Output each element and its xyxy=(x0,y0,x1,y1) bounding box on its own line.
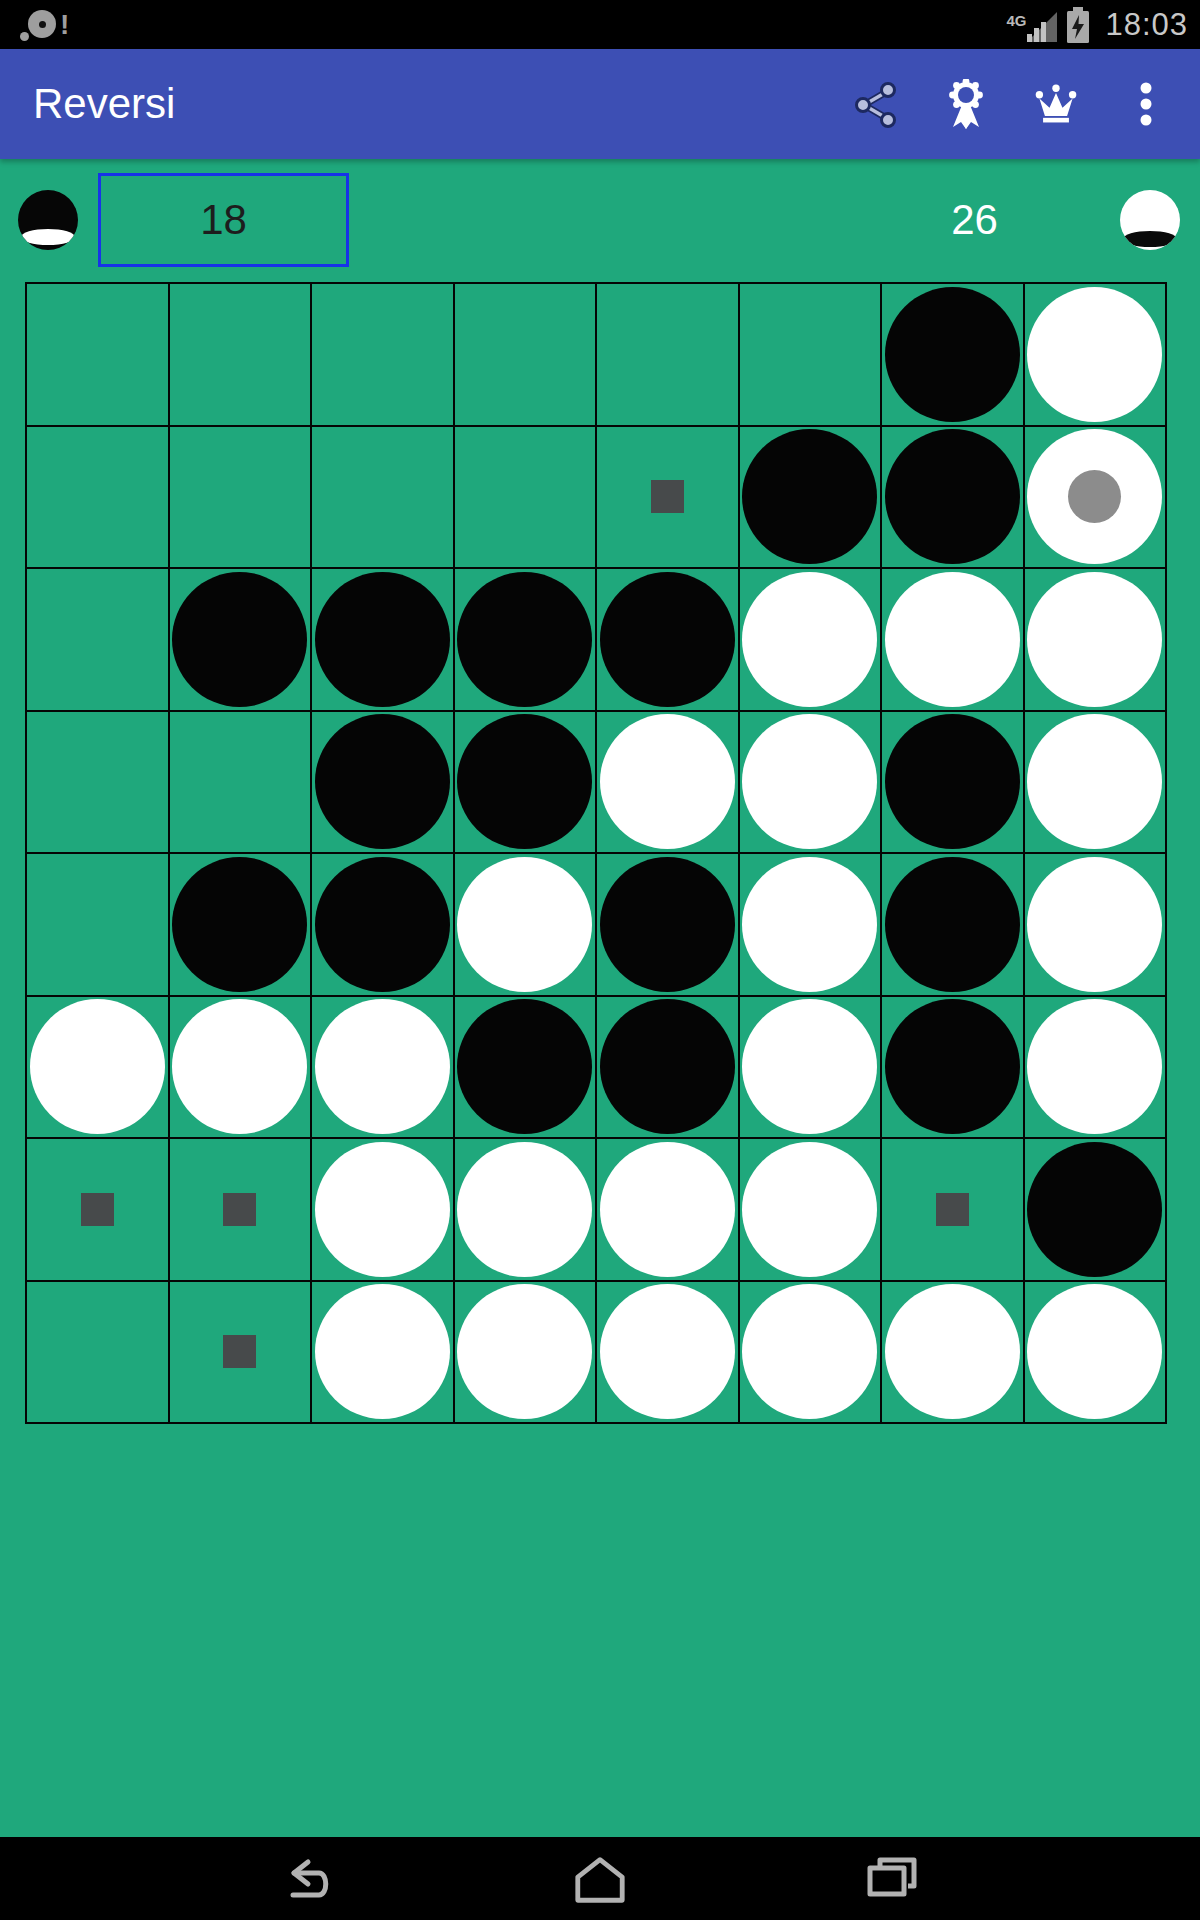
board-cell-r4c7[interactable] xyxy=(882,712,1023,853)
board-cell-r4c6[interactable] xyxy=(740,712,881,853)
board-cell-r1c1[interactable] xyxy=(27,284,168,425)
disc-white xyxy=(315,999,450,1134)
board-cell-r3c1[interactable] xyxy=(27,569,168,710)
board-cell-r6c3[interactable] xyxy=(312,997,453,1138)
disc-black xyxy=(885,857,1020,992)
white-player-icon xyxy=(1120,190,1180,250)
share-button[interactable] xyxy=(852,80,900,128)
disc-white xyxy=(30,999,165,1134)
board-cell-r3c2[interactable] xyxy=(170,569,311,710)
status-bar: ! 4G 18:03 xyxy=(0,0,1200,49)
board-cell-r5c7[interactable] xyxy=(882,854,1023,995)
board-cell-r6c4[interactable] xyxy=(455,997,596,1138)
disc-white xyxy=(600,1284,735,1419)
battery-charging-icon xyxy=(1065,5,1091,45)
board-cell-r4c3[interactable] xyxy=(312,712,453,853)
board-cell-r5c2[interactable] xyxy=(170,854,311,995)
board-cell-r7c5[interactable] xyxy=(597,1139,738,1280)
board-cell-r2c7[interactable] xyxy=(882,427,1023,568)
recents-icon xyxy=(863,1853,919,1905)
disc-black xyxy=(457,714,592,849)
board-cell-r5c1[interactable] xyxy=(27,854,168,995)
achievement-ribbon-icon xyxy=(943,79,989,129)
disc-white xyxy=(315,1284,450,1419)
board-cell-r7c2[interactable] xyxy=(170,1139,311,1280)
board-cell-r8c8[interactable] xyxy=(1025,1282,1166,1423)
board-cell-r4c2[interactable] xyxy=(170,712,311,853)
disc-white xyxy=(742,714,877,849)
board-cell-r7c3[interactable] xyxy=(312,1139,453,1280)
board-cell-r4c5[interactable] xyxy=(597,712,738,853)
disc-black xyxy=(885,287,1020,422)
disc-white xyxy=(1027,287,1162,422)
disc-black xyxy=(600,999,735,1134)
recents-button[interactable] xyxy=(863,1851,919,1907)
board-cell-r3c4[interactable] xyxy=(455,569,596,710)
legal-move-hint xyxy=(936,1193,969,1226)
share-icon xyxy=(852,80,900,128)
board-cell-r8c4[interactable] xyxy=(455,1282,596,1423)
disc-white xyxy=(742,1142,877,1277)
board-cell-r8c2[interactable] xyxy=(170,1282,311,1423)
board-cell-r7c7[interactable] xyxy=(882,1139,1023,1280)
disc-white xyxy=(742,857,877,992)
disc-black xyxy=(600,857,735,992)
board-cell-r7c6[interactable] xyxy=(740,1139,881,1280)
board-cell-r6c8[interactable] xyxy=(1025,997,1166,1138)
legal-move-hint xyxy=(223,1335,256,1368)
disc-white xyxy=(1027,429,1162,564)
board-cell-r3c8[interactable] xyxy=(1025,569,1166,710)
board-cell-r1c7[interactable] xyxy=(882,284,1023,425)
board-cell-r6c7[interactable] xyxy=(882,997,1023,1138)
disc-black xyxy=(1027,1142,1162,1277)
network-type-label: 4G xyxy=(1006,13,1026,28)
disc-white xyxy=(885,1284,1020,1419)
home-button[interactable] xyxy=(572,1851,628,1907)
white-score-box: 26 xyxy=(849,173,1100,267)
last-move-marker xyxy=(1068,470,1121,523)
disc-black xyxy=(457,572,592,707)
board-cell-r7c4[interactable] xyxy=(455,1139,596,1280)
disc-black xyxy=(885,999,1020,1134)
board-cell-r1c4[interactable] xyxy=(455,284,596,425)
reversi-app-screen: ! 4G 18:03 Reversi xyxy=(0,0,1200,1920)
board-cell-r2c4[interactable] xyxy=(455,427,596,568)
disc-white xyxy=(742,1284,877,1419)
disc-black xyxy=(315,714,450,849)
disc-white xyxy=(742,572,877,707)
app-title: Reversi xyxy=(33,80,175,128)
board-cell-r8c7[interactable] xyxy=(882,1282,1023,1423)
disc-white xyxy=(742,999,877,1134)
home-icon xyxy=(572,1853,628,1905)
disc-black xyxy=(172,572,307,707)
board-cell-r3c7[interactable] xyxy=(882,569,1023,710)
disc-white xyxy=(172,999,307,1134)
crown-icon xyxy=(1032,81,1080,127)
disc-white xyxy=(1027,714,1162,849)
clock: 18:03 xyxy=(1105,7,1188,43)
board-cell-r2c6[interactable] xyxy=(740,427,881,568)
black-player-icon xyxy=(18,190,78,250)
black-disc-highlight xyxy=(21,229,75,245)
board-cell-r8c5[interactable] xyxy=(597,1282,738,1423)
board-cell-r3c6[interactable] xyxy=(740,569,881,710)
board-cell-r5c4[interactable] xyxy=(455,854,596,995)
navigation-bar xyxy=(0,1837,1200,1920)
disc-black xyxy=(742,429,877,564)
disc-black xyxy=(315,857,450,992)
legal-move-hint xyxy=(651,480,684,513)
notification-icon: ! xyxy=(12,2,72,48)
board-cell-r6c1[interactable] xyxy=(27,997,168,1138)
board-cell-r1c2[interactable] xyxy=(170,284,311,425)
black-score-box: 18 xyxy=(98,173,349,267)
board xyxy=(25,282,1167,1424)
disc-black xyxy=(885,714,1020,849)
disc-white xyxy=(1027,999,1162,1134)
disc-black xyxy=(172,857,307,992)
disc-white xyxy=(1027,572,1162,707)
board-cell-r5c3[interactable] xyxy=(312,854,453,995)
disc-black xyxy=(315,572,450,707)
board-cell-r2c2[interactable] xyxy=(170,427,311,568)
scoreboard: 18 26 xyxy=(0,159,1200,281)
signal-bars-icon xyxy=(1027,10,1057,42)
disc-white xyxy=(1027,1284,1162,1419)
app-bar-actions xyxy=(810,80,1170,128)
back-button[interactable] xyxy=(281,1851,337,1907)
disc-white xyxy=(1027,857,1162,992)
leaderboard-button[interactable] xyxy=(1032,80,1080,128)
board-cell-r1c5[interactable] xyxy=(597,284,738,425)
overflow-menu-button[interactable] xyxy=(1122,80,1170,128)
board-cell-r8c6[interactable] xyxy=(740,1282,881,1423)
board-cell-r6c6[interactable] xyxy=(740,997,881,1138)
board-cell-r2c3[interactable] xyxy=(312,427,453,568)
disc-white xyxy=(315,1142,450,1277)
legal-move-hint xyxy=(223,1193,256,1226)
board-cell-r2c8[interactable] xyxy=(1025,427,1166,568)
board-cell-r1c6[interactable] xyxy=(740,284,881,425)
disc-white xyxy=(600,714,735,849)
board-cell-r1c3[interactable] xyxy=(312,284,453,425)
disc-white xyxy=(885,572,1020,707)
board-cell-r4c8[interactable] xyxy=(1025,712,1166,853)
disc-white xyxy=(600,1142,735,1277)
board-cell-r5c6[interactable] xyxy=(740,854,881,995)
board-cell-r5c5[interactable] xyxy=(597,854,738,995)
board-cell-r5c8[interactable] xyxy=(1025,854,1166,995)
black-score: 18 xyxy=(200,196,247,244)
white-score: 26 xyxy=(951,196,998,244)
status-bar-right: 4G 18:03 xyxy=(1006,0,1188,49)
disc-black xyxy=(885,429,1020,564)
disc-white xyxy=(457,1142,592,1277)
board-cell-r4c1[interactable] xyxy=(27,712,168,853)
board-cell-r2c5[interactable] xyxy=(597,427,738,568)
disc-white xyxy=(457,857,592,992)
board-cell-r3c5[interactable] xyxy=(597,569,738,710)
board-cell-r6c2[interactable] xyxy=(170,997,311,1138)
board-cell-r6c5[interactable] xyxy=(597,997,738,1138)
notification-exclamation: ! xyxy=(60,8,69,42)
board-cell-r7c8[interactable] xyxy=(1025,1139,1166,1280)
board-cell-r3c3[interactable] xyxy=(312,569,453,710)
disc-black xyxy=(600,572,735,707)
signal-icon: 4G xyxy=(1006,8,1057,42)
board-cell-r4c4[interactable] xyxy=(455,712,596,853)
board-cell-r7c1[interactable] xyxy=(27,1139,168,1280)
board-cell-r8c1[interactable] xyxy=(27,1282,168,1423)
achievements-button[interactable] xyxy=(942,80,990,128)
legal-move-hint xyxy=(81,1193,114,1226)
status-bar-left: ! xyxy=(12,0,72,49)
disc-black xyxy=(457,999,592,1134)
disc-white xyxy=(457,1284,592,1419)
overflow-menu-icon xyxy=(1139,81,1153,127)
app-bar: Reversi xyxy=(0,49,1200,159)
back-icon xyxy=(281,1853,337,1905)
board-cell-r2c1[interactable] xyxy=(27,427,168,568)
white-disc-highlight xyxy=(1123,231,1177,247)
board-cell-r1c8[interactable] xyxy=(1025,284,1166,425)
board-cell-r8c3[interactable] xyxy=(312,1282,453,1423)
